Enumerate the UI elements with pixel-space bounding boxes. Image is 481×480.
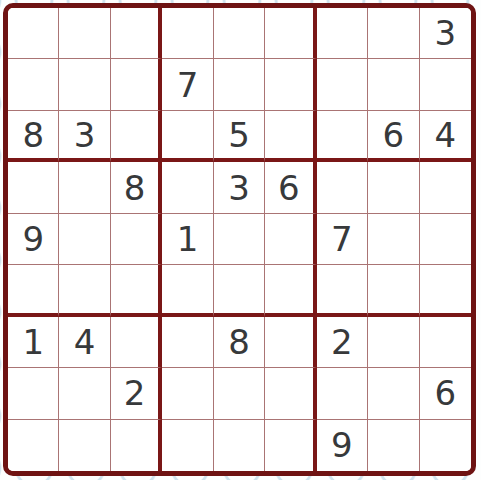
cell-r3c6[interactable] [265, 111, 316, 162]
cell-r1c7[interactable] [317, 8, 368, 59]
cell-r5c6[interactable] [265, 214, 316, 265]
cell-r8c6[interactable] [265, 368, 316, 419]
cell-r6c9[interactable] [420, 265, 471, 316]
cell-r9c5[interactable] [214, 420, 265, 471]
cell-r3c8[interactable]: 6 [368, 111, 419, 162]
cell-r8c8[interactable] [368, 368, 419, 419]
sudoku-board: 37835648369171482269 [3, 3, 476, 476]
cell-r2c6[interactable] [265, 59, 316, 110]
cell-r5c9[interactable] [420, 214, 471, 265]
cell-r6c5[interactable] [214, 265, 265, 316]
cell-r3c1[interactable]: 8 [8, 111, 59, 162]
cell-r9c7[interactable]: 9 [317, 420, 368, 471]
cell-r9c2[interactable] [59, 420, 110, 471]
cell-r2c2[interactable] [59, 59, 110, 110]
cell-r9c3[interactable] [111, 420, 162, 471]
cell-r5c7[interactable]: 7 [317, 214, 368, 265]
cell-r3c3[interactable] [111, 111, 162, 162]
cell-r4c9[interactable] [420, 162, 471, 213]
cell-r9c6[interactable] [265, 420, 316, 471]
cell-r4c3[interactable]: 8 [111, 162, 162, 213]
cell-r9c1[interactable] [8, 420, 59, 471]
cell-r1c4[interactable] [162, 8, 213, 59]
cell-r2c4[interactable]: 7 [162, 59, 213, 110]
cell-r9c8[interactable] [368, 420, 419, 471]
cell-r6c8[interactable] [368, 265, 419, 316]
cell-r7c7[interactable]: 2 [317, 317, 368, 368]
cell-r1c3[interactable] [111, 8, 162, 59]
cell-r5c2[interactable] [59, 214, 110, 265]
cell-r1c5[interactable] [214, 8, 265, 59]
cell-r5c3[interactable] [111, 214, 162, 265]
cell-r4c7[interactable] [317, 162, 368, 213]
cell-r8c2[interactable] [59, 368, 110, 419]
cell-r2c3[interactable] [111, 59, 162, 110]
cell-r6c2[interactable] [59, 265, 110, 316]
cell-r9c4[interactable] [162, 420, 213, 471]
cell-r7c9[interactable] [420, 317, 471, 368]
cell-r4c8[interactable] [368, 162, 419, 213]
cell-r7c6[interactable] [265, 317, 316, 368]
cell-r6c1[interactable] [8, 265, 59, 316]
cell-r4c1[interactable] [8, 162, 59, 213]
cell-r4c2[interactable] [59, 162, 110, 213]
cell-r8c5[interactable] [214, 368, 265, 419]
cell-r1c2[interactable] [59, 8, 110, 59]
cell-r1c6[interactable] [265, 8, 316, 59]
cell-r8c9[interactable]: 6 [420, 368, 471, 419]
cell-r2c9[interactable] [420, 59, 471, 110]
cell-r8c3[interactable]: 2 [111, 368, 162, 419]
cell-r7c2[interactable]: 4 [59, 317, 110, 368]
cell-r6c4[interactable] [162, 265, 213, 316]
cell-r2c8[interactable] [368, 59, 419, 110]
cell-r8c7[interactable] [317, 368, 368, 419]
cell-r7c5[interactable]: 8 [214, 317, 265, 368]
cell-r3c9[interactable]: 4 [420, 111, 471, 162]
cell-r7c1[interactable]: 1 [8, 317, 59, 368]
cell-r6c6[interactable] [265, 265, 316, 316]
cell-r3c2[interactable]: 3 [59, 111, 110, 162]
cell-r3c4[interactable] [162, 111, 213, 162]
cell-r6c7[interactable] [317, 265, 368, 316]
cell-r7c8[interactable] [368, 317, 419, 368]
cell-r8c4[interactable] [162, 368, 213, 419]
cell-r4c4[interactable] [162, 162, 213, 213]
cell-r4c6[interactable]: 6 [265, 162, 316, 213]
cell-r6c3[interactable] [111, 265, 162, 316]
cell-r4c5[interactable]: 3 [214, 162, 265, 213]
cell-r5c5[interactable] [214, 214, 265, 265]
cell-r7c4[interactable] [162, 317, 213, 368]
cell-r3c5[interactable]: 5 [214, 111, 265, 162]
cell-r1c9[interactable]: 3 [420, 8, 471, 59]
cell-r1c1[interactable] [8, 8, 59, 59]
cell-r5c8[interactable] [368, 214, 419, 265]
cell-r7c3[interactable] [111, 317, 162, 368]
cell-r5c4[interactable]: 1 [162, 214, 213, 265]
cell-r2c5[interactable] [214, 59, 265, 110]
cell-r1c8[interactable] [368, 8, 419, 59]
cell-r2c7[interactable] [317, 59, 368, 110]
cell-r5c1[interactable]: 9 [8, 214, 59, 265]
cell-r9c9[interactable] [420, 420, 471, 471]
cell-r2c1[interactable] [8, 59, 59, 110]
cell-r3c7[interactable] [317, 111, 368, 162]
cell-r8c1[interactable] [8, 368, 59, 419]
